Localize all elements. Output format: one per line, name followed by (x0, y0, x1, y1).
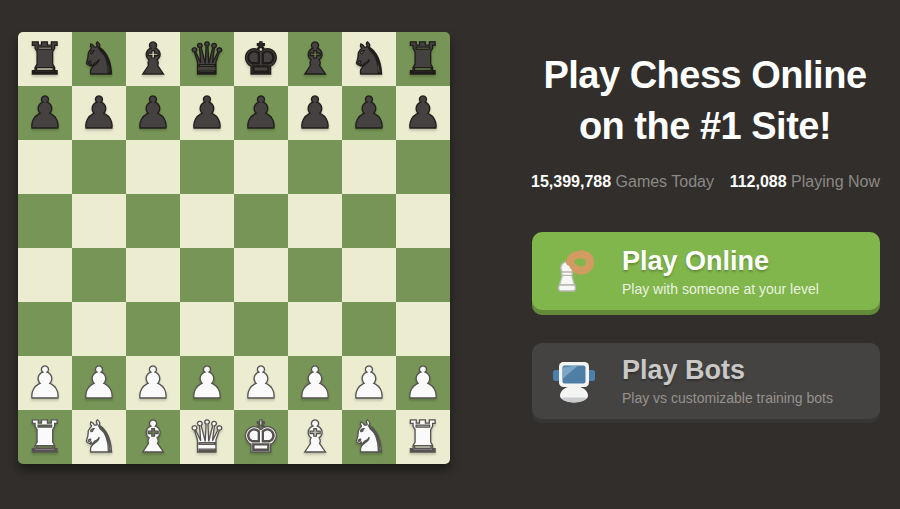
square-a6[interactable] (18, 140, 72, 194)
square-f2[interactable]: ♟ (288, 356, 342, 410)
square-b6[interactable] (72, 140, 126, 194)
square-g8[interactable]: ♞ (342, 32, 396, 86)
square-e7[interactable]: ♟ (234, 86, 288, 140)
square-a5[interactable] (18, 194, 72, 248)
white-bishop[interactable]: ♝ (288, 410, 342, 464)
white-pawn[interactable]: ♟ (234, 356, 288, 410)
black-pawn[interactable]: ♟ (396, 86, 450, 140)
black-rook[interactable]: ♜ (18, 32, 72, 86)
square-b1[interactable]: ♞ (72, 410, 126, 464)
square-a3[interactable] (18, 302, 72, 356)
square-a4[interactable] (18, 248, 72, 302)
stat-games-today: 15,399,788 Games Today (531, 173, 714, 191)
black-knight[interactable]: ♞ (72, 32, 126, 86)
white-pawn[interactable]: ♟ (126, 356, 180, 410)
black-pawn[interactable]: ♟ (234, 86, 288, 140)
hero-panel: Play Chess Onlineon the #1 Site! 15,399,… (510, 0, 900, 509)
play-online-button[interactable]: Play Online Play with someone at your le… (532, 232, 880, 315)
square-h6[interactable] (396, 140, 450, 194)
play-online-title: Play Online (622, 246, 819, 276)
black-knight[interactable]: ♞ (342, 32, 396, 86)
black-king[interactable]: ♚ (234, 32, 288, 86)
play-online-text: Play Online Play with someone at your le… (622, 246, 819, 297)
square-h4[interactable] (396, 248, 450, 302)
square-a2[interactable]: ♟ (18, 356, 72, 410)
playing-now-value: 112,088 (730, 173, 787, 190)
square-g1[interactable]: ♞ (342, 410, 396, 464)
square-b5[interactable] (72, 194, 126, 248)
black-queen[interactable]: ♛ (180, 32, 234, 86)
black-pawn[interactable]: ♟ (342, 86, 396, 140)
play-online-subtitle: Play with someone at your level (622, 281, 819, 297)
play-bots-text: Play Bots Play vs customizable training … (622, 355, 833, 406)
square-c4[interactable] (126, 248, 180, 302)
black-bishop[interactable]: ♝ (288, 32, 342, 86)
square-c7[interactable]: ♟ (126, 86, 180, 140)
black-pawn[interactable]: ♟ (18, 86, 72, 140)
square-d8[interactable]: ♛ (180, 32, 234, 86)
square-d4[interactable] (180, 248, 234, 302)
stats-row: 15,399,788 Games Today 112,088 Playing N… (531, 173, 880, 191)
white-pawn[interactable]: ♟ (18, 356, 72, 410)
black-pawn[interactable]: ♟ (180, 86, 234, 140)
black-bishop[interactable]: ♝ (126, 32, 180, 86)
square-h8[interactable]: ♜ (396, 32, 450, 86)
stat-playing-now: 112,088 Playing Now (730, 173, 880, 191)
square-c6[interactable] (126, 140, 180, 194)
square-f8[interactable]: ♝ (288, 32, 342, 86)
square-c8[interactable]: ♝ (126, 32, 180, 86)
square-g5[interactable] (342, 194, 396, 248)
square-a1[interactable]: ♜ (18, 410, 72, 464)
square-h5[interactable] (396, 194, 450, 248)
square-c1[interactable]: ♝ (126, 410, 180, 464)
white-pawn[interactable]: ♟ (72, 356, 126, 410)
white-rook[interactable]: ♜ (18, 410, 72, 464)
square-f5[interactable] (288, 194, 342, 248)
play-bots-subtitle: Play vs customizable training bots (622, 390, 833, 406)
games-today-value: 15,399,788 (531, 173, 611, 190)
square-a7[interactable]: ♟ (18, 86, 72, 140)
square-b2[interactable]: ♟ (72, 356, 126, 410)
white-king[interactable]: ♚ (234, 410, 288, 464)
square-e5[interactable] (234, 194, 288, 248)
play-bots-title: Play Bots (622, 355, 833, 385)
page-title-line2: on the #1 Site! (579, 105, 831, 147)
hand-placing-pawn-icon (550, 247, 598, 295)
square-c5[interactable] (126, 194, 180, 248)
square-d5[interactable] (180, 194, 234, 248)
square-e3[interactable] (234, 302, 288, 356)
white-knight[interactable]: ♞ (72, 410, 126, 464)
square-g2[interactable]: ♟ (342, 356, 396, 410)
square-a8[interactable]: ♜ (18, 32, 72, 86)
playing-now-label: Playing Now (791, 173, 880, 190)
square-d6[interactable] (180, 140, 234, 194)
square-g4[interactable] (342, 248, 396, 302)
white-pawn[interactable]: ♟ (180, 356, 234, 410)
square-h7[interactable]: ♟ (396, 86, 450, 140)
white-pawn[interactable]: ♟ (288, 356, 342, 410)
square-e1[interactable]: ♚ (234, 410, 288, 464)
square-f4[interactable] (288, 248, 342, 302)
page-title-line1: Play Chess Online (543, 54, 866, 96)
square-e2[interactable]: ♟ (234, 356, 288, 410)
white-queen[interactable]: ♛ (180, 410, 234, 464)
white-pawn[interactable]: ♟ (396, 356, 450, 410)
square-g6[interactable] (342, 140, 396, 194)
square-d2[interactable]: ♟ (180, 356, 234, 410)
square-f7[interactable]: ♟ (288, 86, 342, 140)
square-g3[interactable] (342, 302, 396, 356)
square-d1[interactable]: ♛ (180, 410, 234, 464)
white-bishop[interactable]: ♝ (126, 410, 180, 464)
square-d7[interactable]: ♟ (180, 86, 234, 140)
square-h2[interactable]: ♟ (396, 356, 450, 410)
square-f3[interactable] (288, 302, 342, 356)
black-pawn[interactable]: ♟ (126, 86, 180, 140)
square-c3[interactable] (126, 302, 180, 356)
square-c2[interactable]: ♟ (126, 356, 180, 410)
black-pawn[interactable]: ♟ (72, 86, 126, 140)
white-rook[interactable]: ♜ (396, 410, 450, 464)
page-title: Play Chess Onlineon the #1 Site! (490, 50, 900, 152)
games-today-label: Games Today (616, 173, 714, 190)
white-pawn[interactable]: ♟ (342, 356, 396, 410)
square-b8[interactable]: ♞ (72, 32, 126, 86)
square-e6[interactable] (234, 140, 288, 194)
square-h3[interactable] (396, 302, 450, 356)
chess-board: ♜♞♝♛♚♝♞♜♟♟♟♟♟♟♟♟♟♟♟♟♟♟♟♟♜♞♝♛♚♝♞♜ (18, 32, 450, 464)
square-b3[interactable] (72, 302, 126, 356)
white-knight[interactable]: ♞ (342, 410, 396, 464)
square-e4[interactable] (234, 248, 288, 302)
black-rook[interactable]: ♜ (396, 32, 450, 86)
square-d3[interactable] (180, 302, 234, 356)
robot-icon (550, 357, 598, 405)
square-e8[interactable]: ♚ (234, 32, 288, 86)
square-b7[interactable]: ♟ (72, 86, 126, 140)
square-f1[interactable]: ♝ (288, 410, 342, 464)
square-f6[interactable] (288, 140, 342, 194)
black-pawn[interactable]: ♟ (288, 86, 342, 140)
play-bots-button[interactable]: Play Bots Play vs customizable training … (532, 343, 880, 423)
square-b4[interactable] (72, 248, 126, 302)
square-h1[interactable]: ♜ (396, 410, 450, 464)
square-g7[interactable]: ♟ (342, 86, 396, 140)
